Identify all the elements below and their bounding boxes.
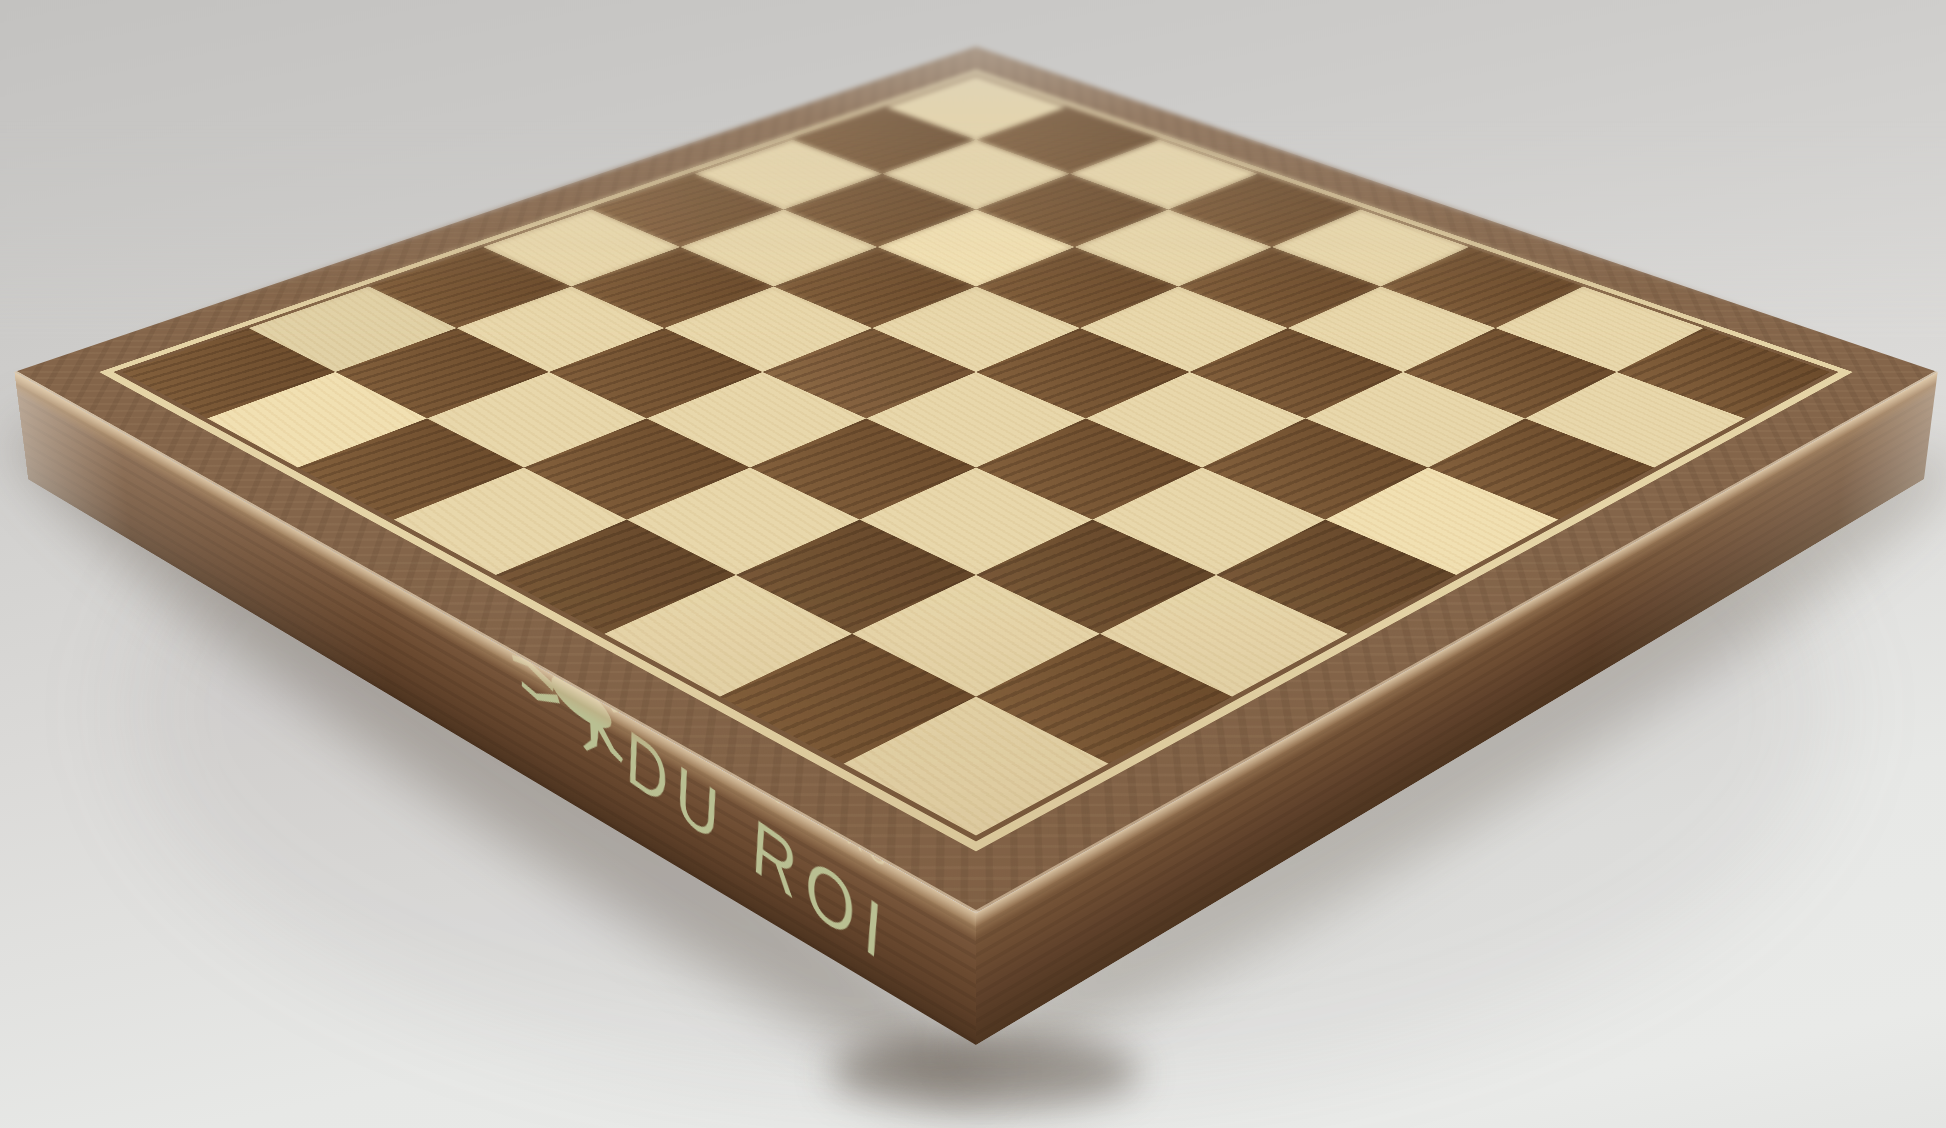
- board-square[interactable]: [750, 418, 976, 519]
- board-square[interactable]: [604, 575, 852, 697]
- board-square[interactable]: [1428, 418, 1654, 519]
- scene-3d: LES ÉCHIQUIERS DU ROI: [0, 0, 1946, 1128]
- board-square[interactable]: [1100, 575, 1348, 697]
- board-square[interactable]: [1086, 372, 1306, 468]
- board-square[interactable]: [844, 697, 1109, 836]
- board-square[interactable]: [976, 418, 1202, 519]
- product-photo-stage: LES ÉCHIQUIERS DU ROI: [0, 0, 1946, 1128]
- board-square[interactable]: [1305, 372, 1525, 468]
- squares-grid: [122, 76, 1830, 835]
- board-square[interactable]: [298, 418, 524, 519]
- board-square[interactable]: [866, 372, 1086, 468]
- board-square[interactable]: [427, 372, 647, 468]
- board-square[interactable]: [1325, 468, 1558, 575]
- board-square[interactable]: [207, 372, 427, 468]
- board-square[interactable]: [852, 575, 1100, 697]
- chess-board: LES ÉCHIQUIERS DU ROI: [14, 47, 1937, 914]
- board-square[interactable]: [860, 468, 1093, 575]
- board-square[interactable]: [720, 634, 976, 764]
- board-square[interactable]: [1202, 418, 1428, 519]
- board-square[interactable]: [736, 520, 976, 634]
- board-square[interactable]: [524, 418, 750, 519]
- board-square[interactable]: [1216, 520, 1456, 634]
- board-square[interactable]: [976, 634, 1232, 764]
- board-square[interactable]: [394, 468, 627, 575]
- board-square[interactable]: [976, 520, 1216, 634]
- board-square[interactable]: [496, 520, 736, 634]
- board-square[interactable]: [647, 372, 867, 468]
- board-square[interactable]: [627, 468, 860, 575]
- board-square[interactable]: [1092, 468, 1325, 575]
- board-top-surface: [14, 47, 1937, 914]
- board-square[interactable]: [1525, 372, 1745, 468]
